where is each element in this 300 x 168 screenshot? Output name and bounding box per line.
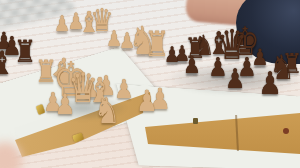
left-pieces-shadow	[38, 95, 128, 121]
piece-dark-bishop: ♝	[0, 47, 14, 79]
right-board-latch-icon	[193, 118, 198, 124]
player-clothing	[236, 0, 300, 64]
piece-dark-bishop: ♝	[207, 28, 230, 59]
piece-light-pawn: ♟	[68, 11, 85, 34]
piece-light-knight: ♞	[128, 22, 157, 61]
piece-light-pawn: ♟	[54, 13, 70, 35]
piece-dark-pawn: ♟	[2, 33, 21, 59]
right-board-coordinates: abcdefgh	[125, 88, 126, 91]
right-pieces-shadow	[165, 62, 300, 96]
piece-dark-pawn: ♟	[0, 30, 13, 54]
coordinate-label: h	[124, 88, 127, 90]
chess-photo-scene: 12345678 abcdefgh ♟♟♝♛♟♟♜♝♚♟♟♛♟♝♞♟♟♟♟♞♜♟…	[0, 0, 300, 168]
piece-light-bishop: ♝	[78, 7, 100, 36]
piece-dark-rook: ♜	[14, 37, 37, 67]
piece-light-queen: ♛	[90, 5, 113, 36]
piece-light-rook: ♜	[144, 27, 170, 62]
right-board-hinge-icon	[283, 128, 289, 134]
piece-dark-knight: ♞	[194, 31, 215, 59]
piece-dark-rook: ♜	[185, 34, 206, 62]
brass-latch-icon	[72, 133, 84, 143]
blurred-background-board	[0, 0, 74, 31]
